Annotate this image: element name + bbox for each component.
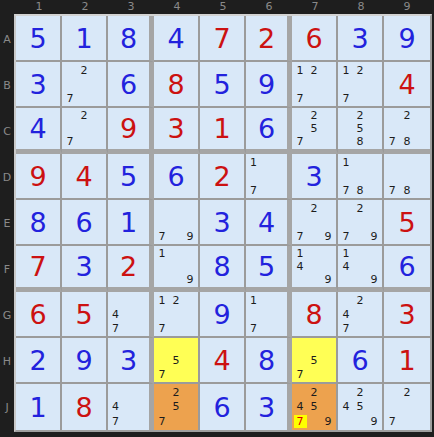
cell-value: 3 — [62, 246, 106, 287]
candidate-1: 1 — [339, 63, 353, 77]
cell-F4[interactable]: 19 — [154, 246, 200, 292]
candidate-2: 2 — [307, 201, 321, 215]
row-label-C: C — [0, 108, 14, 154]
cell-value: 7 — [16, 246, 60, 287]
column-labels: 123456789 — [14, 0, 434, 14]
candidate-9: 9 — [367, 414, 381, 429]
sudoku-board: 5184726393276859127127442793162572582789… — [14, 14, 432, 432]
cell-value: 3 — [154, 108, 198, 149]
cell-value: 9 — [108, 108, 149, 149]
cell-D2[interactable]: 4 — [62, 154, 108, 200]
cell-C5[interactable]: 1 — [200, 108, 246, 154]
candidate-7: 7 — [247, 183, 260, 197]
cell-G5[interactable]: 9 — [200, 292, 246, 338]
cell-G2[interactable]: 5 — [62, 292, 108, 338]
cell-B6[interactable]: 9 — [246, 62, 292, 108]
cell-value: 6 — [200, 384, 244, 430]
cell-value: 2 — [108, 246, 149, 287]
candidate-7: 7 — [294, 415, 307, 428]
cell-C4[interactable]: 3 — [154, 108, 200, 154]
cell-H7[interactable]: 57 — [292, 338, 338, 384]
col-label-8: 8 — [338, 0, 384, 14]
candidate-9: 9 — [183, 273, 197, 286]
candidate-8: 8 — [353, 135, 367, 148]
col-label-1: 1 — [16, 0, 62, 14]
candidate-9: 9 — [367, 273, 381, 286]
candidate-9: 9 — [367, 229, 381, 243]
candidate-4: 4 — [339, 307, 353, 321]
cell-H2[interactable]: 9 — [62, 338, 108, 384]
cell-value: 4 — [246, 200, 287, 244]
cell-value: 4 — [384, 62, 430, 106]
cell-J9[interactable]: 27 — [384, 384, 430, 430]
row-label-E: E — [0, 200, 14, 246]
row-label-F: F — [0, 246, 14, 292]
candidate-9: 9 — [321, 273, 335, 286]
candidate-7: 7 — [155, 321, 169, 335]
cell-H5[interactable]: 4 — [200, 338, 246, 384]
row-label-H: H — [0, 338, 14, 384]
sudoku-app-frame: 123456789 ABCDEFGHJ 51847263932768591271… — [0, 0, 434, 432]
cell-H9[interactable]: 1 — [384, 338, 430, 384]
candidate-grid: 19 — [155, 247, 197, 286]
candidate-grid: 178 — [339, 155, 381, 197]
candidate-grid: 27 — [63, 109, 105, 148]
cell-F1[interactable]: 7 — [16, 246, 62, 292]
candidate-2: 2 — [400, 385, 415, 400]
candidate-2: 2 — [307, 385, 321, 400]
cell-value: 5 — [246, 246, 287, 287]
candidate-2: 2 — [307, 63, 321, 77]
cell-value: 6 — [384, 246, 430, 287]
candidate-grid: 278 — [385, 109, 429, 148]
cell-D3[interactable]: 5 — [108, 154, 154, 200]
cell-D6[interactable]: 17 — [246, 154, 292, 200]
candidate-4: 4 — [339, 260, 353, 273]
candidate-9: 9 — [321, 229, 335, 243]
candidate-4: 4 — [109, 400, 122, 415]
col-label-9: 9 — [384, 0, 430, 14]
cell-A6[interactable]: 2 — [246, 16, 292, 62]
cell-value: 9 — [246, 62, 287, 106]
candidate-grid: 57 — [293, 339, 335, 381]
cell-C6[interactable]: 6 — [246, 108, 292, 154]
cell-value: 6 — [338, 338, 382, 382]
row-label-B: B — [0, 62, 14, 108]
cell-value: 6 — [108, 62, 149, 106]
candidate-1: 1 — [247, 155, 260, 169]
cell-E1[interactable]: 8 — [16, 200, 62, 246]
cell-value: 9 — [384, 16, 430, 60]
candidate-5: 5 — [307, 353, 321, 367]
corner-spacer — [0, 0, 14, 14]
candidate-grid: 127 — [339, 63, 381, 105]
cell-J4[interactable]: 257 — [154, 384, 200, 430]
candidate-7: 7 — [339, 183, 353, 197]
candidate-4: 4 — [339, 400, 353, 415]
candidate-1: 1 — [155, 293, 169, 307]
candidate-grid: 149 — [339, 247, 381, 286]
candidate-grid: 247 — [339, 293, 381, 335]
candidate-2: 2 — [307, 109, 321, 122]
cell-E4[interactable]: 79 — [154, 200, 200, 246]
cell-G6[interactable]: 17 — [246, 292, 292, 338]
cell-value: 8 — [62, 384, 106, 430]
cell-G1[interactable]: 6 — [16, 292, 62, 338]
col-label-3: 3 — [108, 0, 154, 14]
cell-value: 6 — [16, 292, 60, 336]
cell-D8[interactable]: 178 — [338, 154, 384, 200]
candidate-7: 7 — [293, 135, 307, 148]
cell-C7[interactable]: 257 — [292, 108, 338, 154]
cell-value: 3 — [200, 200, 244, 244]
row-label-G: G — [0, 292, 14, 338]
candidate-7: 7 — [155, 229, 169, 243]
candidate-7: 7 — [155, 367, 169, 381]
cell-value: 8 — [16, 200, 60, 244]
cell-value: 1 — [62, 16, 106, 60]
cell-C9[interactable]: 278 — [384, 108, 430, 154]
cell-value: 8 — [200, 246, 244, 287]
candidate-1: 1 — [155, 247, 169, 260]
candidate-grid: 279 — [339, 201, 381, 243]
cell-E7[interactable]: 279 — [292, 200, 338, 246]
candidate-7: 7 — [63, 135, 77, 148]
cell-B5[interactable]: 5 — [200, 62, 246, 108]
candidate-9: 9 — [183, 229, 197, 243]
candidate-7: 7 — [109, 414, 122, 429]
candidate-grid: 127 — [155, 293, 197, 335]
candidate-7: 7 — [385, 414, 400, 429]
cell-value: 8 — [108, 16, 149, 60]
candidate-7: 7 — [293, 229, 307, 243]
cell-C3[interactable]: 9 — [108, 108, 154, 154]
cell-value: 8 — [292, 292, 336, 336]
row-label-J: J — [0, 384, 14, 430]
cell-A2[interactable]: 1 — [62, 16, 108, 62]
cell-value: 2 — [200, 154, 244, 198]
cell-value: 9 — [62, 338, 106, 382]
candidate-grid: 258 — [339, 109, 381, 148]
candidate-4: 4 — [293, 260, 307, 273]
candidate-7: 7 — [109, 321, 122, 335]
candidate-2: 2 — [353, 63, 367, 77]
cell-B2[interactable]: 27 — [62, 62, 108, 108]
candidate-5: 5 — [169, 353, 183, 367]
cell-G7[interactable]: 8 — [292, 292, 338, 338]
cell-F7[interactable]: 149 — [292, 246, 338, 292]
cell-F2[interactable]: 3 — [62, 246, 108, 292]
cell-value: 1 — [16, 384, 60, 430]
cell-value: 1 — [108, 200, 149, 244]
cell-value: 4 — [154, 16, 198, 60]
cell-C1[interactable]: 4 — [16, 108, 62, 154]
candidate-5: 5 — [169, 400, 183, 415]
candidate-grid: 149 — [293, 247, 335, 286]
cell-value: 6 — [246, 108, 287, 149]
cell-J7[interactable]: 24579 — [292, 384, 338, 430]
cell-F5[interactable]: 8 — [200, 246, 246, 292]
cell-value: 5 — [62, 292, 106, 336]
cell-H4[interactable]: 57 — [154, 338, 200, 384]
cell-D9[interactable]: 78 — [384, 154, 430, 200]
cell-D4[interactable]: 6 — [154, 154, 200, 200]
cell-value: 6 — [292, 16, 336, 60]
candidate-8: 8 — [400, 183, 415, 197]
candidate-grid: 47 — [109, 293, 148, 335]
cell-value: 4 — [16, 108, 60, 149]
candidate-grid: 257 — [155, 385, 197, 429]
cell-J8[interactable]: 2459 — [338, 384, 384, 430]
cell-E5[interactable]: 3 — [200, 200, 246, 246]
col-label-7: 7 — [292, 0, 338, 14]
row-label-D: D — [0, 154, 14, 200]
cell-value: 3 — [338, 16, 382, 60]
cell-G4[interactable]: 127 — [154, 292, 200, 338]
cell-value: 8 — [154, 62, 198, 106]
cell-E3[interactable]: 1 — [108, 200, 154, 246]
cell-value: 3 — [108, 338, 149, 382]
candidate-7: 7 — [339, 91, 353, 105]
candidate-5: 5 — [307, 400, 321, 415]
candidate-grid: 79 — [155, 201, 197, 243]
candidate-grid: 47 — [109, 385, 148, 429]
cell-value: 8 — [246, 338, 287, 382]
cell-B4[interactable]: 8 — [154, 62, 200, 108]
cell-value: 7 — [200, 16, 244, 60]
candidate-7: 7 — [385, 135, 400, 148]
col-label-4: 4 — [154, 0, 200, 14]
candidate-1: 1 — [293, 63, 307, 77]
candidate-7: 7 — [293, 91, 307, 105]
candidate-7: 7 — [339, 229, 353, 243]
candidate-9: 9 — [321, 414, 335, 429]
candidate-grid: 257 — [293, 109, 335, 148]
candidate-5: 5 — [353, 122, 367, 135]
candidate-grid: 57 — [155, 339, 197, 381]
cell-H3[interactable]: 3 — [108, 338, 154, 384]
candidate-7: 7 — [155, 414, 169, 429]
cell-A8[interactable]: 3 — [338, 16, 384, 62]
cell-E8[interactable]: 279 — [338, 200, 384, 246]
cell-J5[interactable]: 6 — [200, 384, 246, 430]
candidate-2: 2 — [353, 385, 367, 400]
candidate-grid: 2459 — [339, 385, 381, 429]
candidate-5: 5 — [353, 400, 367, 415]
candidate-4: 4 — [293, 400, 307, 415]
candidate-1: 1 — [339, 247, 353, 260]
cell-J2[interactable]: 8 — [62, 384, 108, 430]
cell-value: 1 — [200, 108, 244, 149]
candidate-7: 7 — [63, 91, 77, 105]
cell-H8[interactable]: 6 — [338, 338, 384, 384]
cell-B7[interactable]: 127 — [292, 62, 338, 108]
cell-A5[interactable]: 7 — [200, 16, 246, 62]
candidate-2: 2 — [77, 63, 91, 77]
cell-value: 9 — [16, 154, 60, 198]
candidate-7: 7 — [247, 321, 260, 335]
candidate-1: 1 — [293, 247, 307, 260]
cell-B8[interactable]: 127 — [338, 62, 384, 108]
cell-value: 3 — [246, 384, 287, 430]
cell-value: 2 — [246, 16, 287, 60]
cell-G8[interactable]: 247 — [338, 292, 384, 338]
cell-B3[interactable]: 6 — [108, 62, 154, 108]
cell-H1[interactable]: 2 — [16, 338, 62, 384]
cell-value: 2 — [16, 338, 60, 382]
cell-H6[interactable]: 8 — [246, 338, 292, 384]
cell-value: 5 — [16, 16, 60, 60]
cell-value: 6 — [62, 200, 106, 244]
candidate-7: 7 — [385, 183, 400, 197]
candidate-2: 2 — [353, 293, 367, 307]
cell-A4[interactable]: 4 — [154, 16, 200, 62]
cell-C8[interactable]: 258 — [338, 108, 384, 154]
candidate-grid: 27 — [63, 63, 105, 105]
candidate-8: 8 — [400, 135, 415, 148]
cell-F6[interactable]: 5 — [246, 246, 292, 292]
cell-B9[interactable]: 4 — [384, 62, 430, 108]
candidate-1: 1 — [339, 155, 353, 169]
cell-F9[interactable]: 6 — [384, 246, 430, 292]
col-label-5: 5 — [200, 0, 246, 14]
row-label-A: A — [0, 16, 14, 62]
cell-A9[interactable]: 9 — [384, 16, 430, 62]
cell-E9[interactable]: 5 — [384, 200, 430, 246]
candidate-7: 7 — [339, 321, 353, 335]
cell-J3[interactable]: 47 — [108, 384, 154, 430]
candidate-2: 2 — [169, 293, 183, 307]
cell-E2[interactable]: 6 — [62, 200, 108, 246]
col-label-2: 2 — [62, 0, 108, 14]
cell-G3[interactable]: 47 — [108, 292, 154, 338]
candidate-2: 2 — [77, 109, 91, 122]
cell-D7[interactable]: 3 — [292, 154, 338, 200]
cell-value: 1 — [384, 338, 430, 382]
candidate-grid: 17 — [247, 293, 286, 335]
candidate-grid: 127 — [293, 63, 335, 105]
cell-A3[interactable]: 8 — [108, 16, 154, 62]
cell-value: 9 — [200, 292, 244, 336]
candidate-grid: 78 — [385, 155, 429, 197]
cell-value: 5 — [200, 62, 244, 106]
cell-C2[interactable]: 27 — [62, 108, 108, 154]
candidate-4: 4 — [109, 307, 122, 321]
candidate-grid: 27 — [385, 385, 429, 429]
cell-value: 4 — [200, 338, 244, 382]
row-labels: ABCDEFGHJ — [0, 14, 14, 432]
candidate-grid: 279 — [293, 201, 335, 243]
candidate-2: 2 — [169, 385, 183, 400]
cell-E6[interactable]: 4 — [246, 200, 292, 246]
cell-D1[interactable]: 9 — [16, 154, 62, 200]
candidate-7: 7 — [293, 367, 307, 381]
col-label-6: 6 — [246, 0, 292, 14]
candidate-2: 2 — [400, 109, 415, 122]
cell-value: 5 — [384, 200, 430, 244]
cell-F3[interactable]: 2 — [108, 246, 154, 292]
candidate-8: 8 — [353, 183, 367, 197]
candidate-2: 2 — [353, 109, 367, 122]
cell-value: 3 — [16, 62, 60, 106]
candidate-5: 5 — [307, 122, 321, 135]
cell-value: 5 — [108, 154, 149, 198]
cell-value: 6 — [154, 154, 198, 198]
cell-value: 3 — [384, 292, 430, 336]
cell-value: 3 — [292, 154, 336, 198]
cell-B1[interactable]: 3 — [16, 62, 62, 108]
candidate-1: 1 — [247, 293, 260, 307]
cell-A1[interactable]: 5 — [16, 16, 62, 62]
candidate-grid: 17 — [247, 155, 286, 197]
cell-D5[interactable]: 2 — [200, 154, 246, 200]
cell-J1[interactable]: 1 — [16, 384, 62, 430]
candidate-2: 2 — [353, 201, 367, 215]
cell-value: 4 — [62, 154, 106, 198]
cell-A7[interactable]: 6 — [292, 16, 338, 62]
cell-J6[interactable]: 3 — [246, 384, 292, 430]
cell-G9[interactable]: 3 — [384, 292, 430, 338]
candidate-grid: 24579 — [293, 385, 335, 429]
cell-F8[interactable]: 149 — [338, 246, 384, 292]
